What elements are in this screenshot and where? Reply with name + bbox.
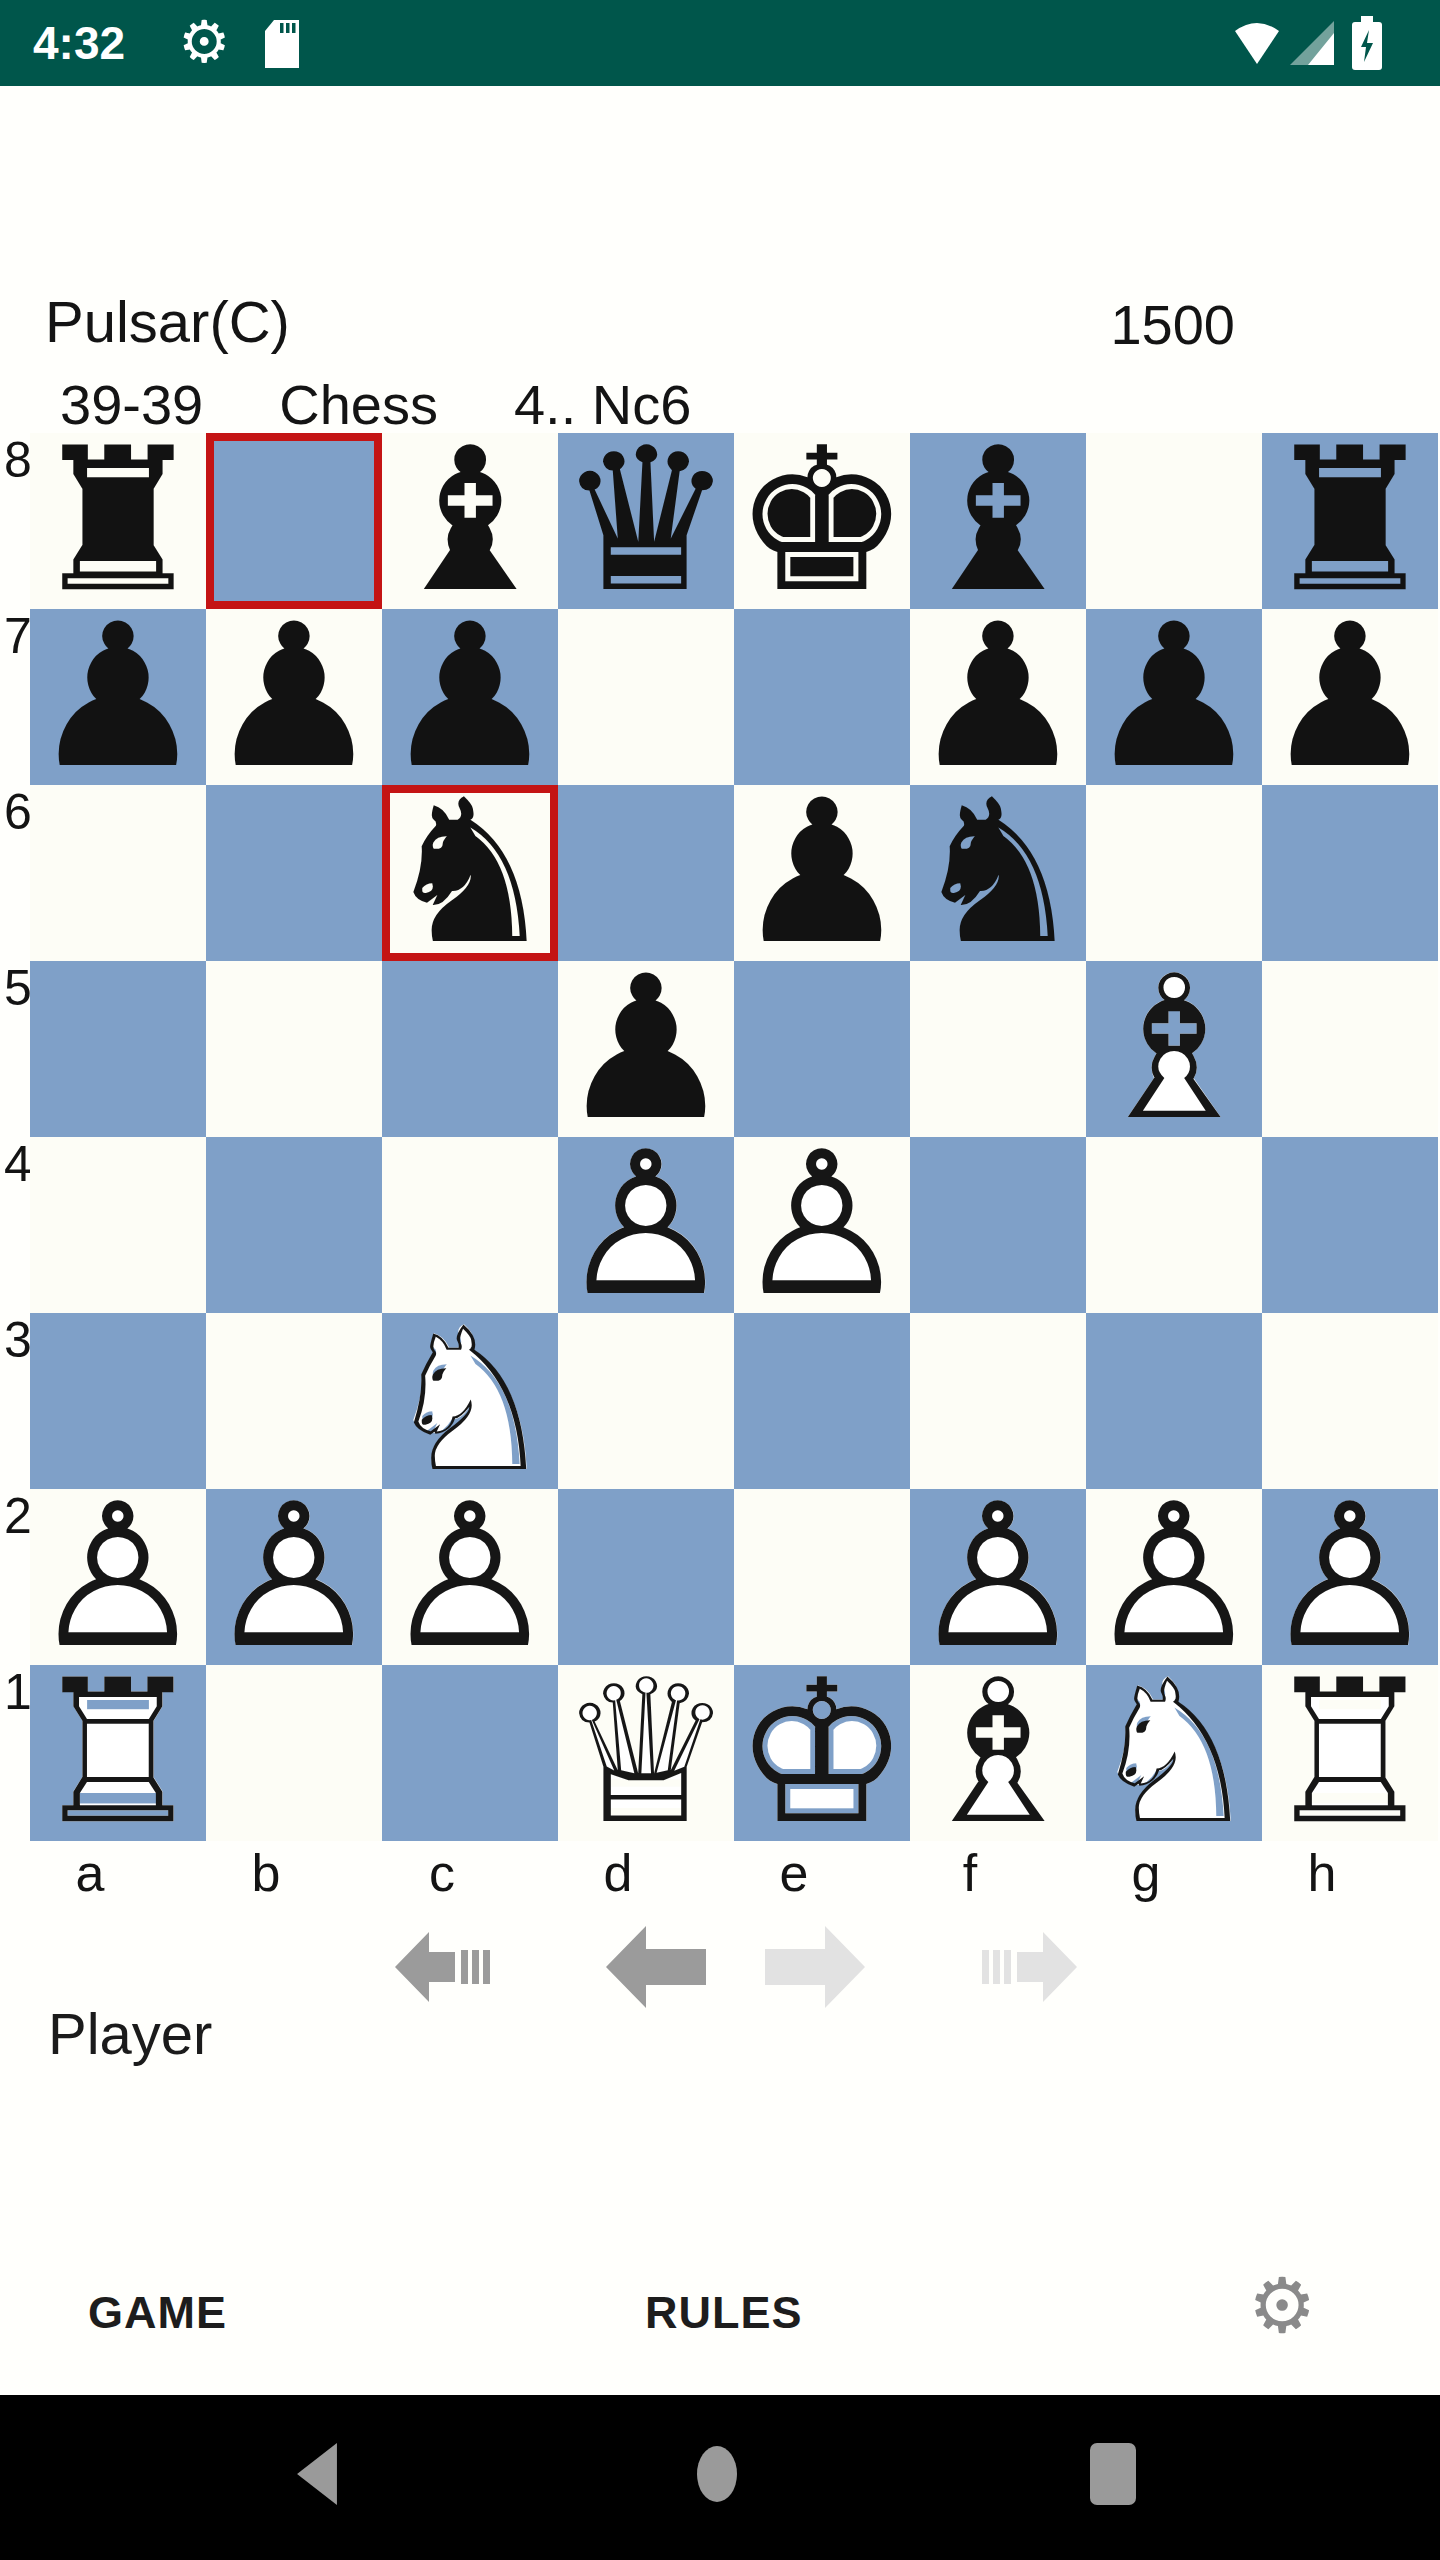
white-queen: ♛♕	[558, 1665, 734, 1841]
square-d4[interactable]: ♟♙	[558, 1137, 734, 1313]
file-label-h: h	[1234, 1843, 1410, 1903]
wifi-icon	[1233, 20, 1281, 66]
skip-to-end-button[interactable]	[977, 1923, 1077, 2011]
rank-label-5: 5	[4, 963, 32, 1013]
rules-menu-button[interactable]: RULES	[645, 2287, 803, 2339]
rank-label-7: 7	[4, 611, 32, 661]
android-recents-button[interactable]	[1090, 2443, 1136, 2505]
square-b7[interactable]: ♟	[206, 609, 382, 785]
file-label-b: b	[178, 1843, 354, 1903]
white-pawn: ♟♙	[382, 1489, 558, 1665]
square-f1[interactable]: ♝♗	[910, 1665, 1086, 1841]
step-back-button[interactable]	[606, 1923, 706, 2011]
file-label-c: c	[354, 1843, 530, 1903]
black-pawn: ♟	[30, 609, 206, 785]
rank-label-3: 3	[4, 1315, 32, 1365]
square-h5[interactable]	[1262, 961, 1438, 1137]
sd-card-icon	[262, 20, 302, 68]
square-d8[interactable]: ♛	[558, 433, 734, 609]
player-name: Player	[48, 2000, 212, 2067]
square-f4[interactable]	[910, 1137, 1086, 1313]
rank-label-4: 4	[4, 1139, 32, 1189]
square-a7[interactable]: ♟	[30, 609, 206, 785]
square-a4[interactable]	[30, 1137, 206, 1313]
white-king: ♚♔	[734, 1665, 910, 1841]
step-forward-button[interactable]	[765, 1923, 865, 2011]
rank-label-2: 2	[4, 1491, 32, 1541]
white-rook: ♜♖	[30, 1665, 206, 1841]
white-bishop: ♝♗	[1086, 961, 1262, 1137]
square-a5[interactable]	[30, 961, 206, 1137]
file-label-g: g	[1058, 1843, 1234, 1903]
black-pawn: ♟	[1086, 609, 1262, 785]
square-g5[interactable]: ♝♗	[1086, 961, 1262, 1137]
square-e6[interactable]: ♟	[734, 785, 910, 961]
square-b4[interactable]	[206, 1137, 382, 1313]
square-g7[interactable]: ♟	[1086, 609, 1262, 785]
square-c6[interactable]: ♞	[382, 785, 558, 961]
square-b5[interactable]	[206, 961, 382, 1137]
file-labels: abcdefgh	[30, 1843, 1438, 1903]
file-label-e: e	[706, 1843, 882, 1903]
white-pawn: ♟♙	[734, 1137, 910, 1313]
square-g1[interactable]: ♞♘	[1086, 1665, 1262, 1841]
white-bishop: ♝♗	[910, 1665, 1086, 1841]
black-pawn: ♟	[1262, 609, 1438, 785]
clock: 4:32	[33, 0, 125, 86]
android-home-button[interactable]	[694, 2443, 740, 2505]
square-e8[interactable]: ♚	[734, 433, 910, 609]
white-rook: ♜♖	[1262, 1665, 1438, 1841]
white-pawn: ♟♙	[206, 1489, 382, 1665]
app-screen: 4:32 ⚙ Pulsar(C) 1500 39-39 Chess 4.. Nc…	[0, 0, 1440, 2560]
black-pawn: ♟	[206, 609, 382, 785]
square-a1[interactable]: ♜♖	[30, 1665, 206, 1841]
battery-charging-icon	[1352, 16, 1382, 70]
engine-rating: 1500	[1110, 292, 1235, 357]
rank-label-6: 6	[4, 787, 32, 837]
android-back-button[interactable]	[297, 2443, 337, 2505]
black-queen: ♛	[558, 433, 734, 609]
gear-notification-icon: ⚙	[178, 0, 230, 86]
cell-signal-icon	[1290, 20, 1334, 66]
square-h7[interactable]: ♟	[1262, 609, 1438, 785]
square-d1[interactable]: ♛♕	[558, 1665, 734, 1841]
black-knight: ♞	[910, 785, 1086, 961]
game-menu-button[interactable]: GAME	[88, 2287, 227, 2339]
skip-to-start-button[interactable]	[395, 1923, 495, 2011]
chess-board[interactable]: ♜♝♛♚♝♜♟♟♟♟♟♟♞♟♞♟♝♗♟♙♟♙♞♘♟♙♟♙♟♙♟♙♟♙♟♙♜♖♛♕…	[30, 433, 1438, 1841]
black-king: ♚	[734, 433, 910, 609]
rank-label-1: 1	[4, 1667, 32, 1717]
file-label-f: f	[882, 1843, 1058, 1903]
square-b2[interactable]: ♟♙	[206, 1489, 382, 1665]
square-e4[interactable]: ♟♙	[734, 1137, 910, 1313]
rank-label-8: 8	[4, 435, 32, 485]
file-label-d: d	[530, 1843, 706, 1903]
black-pawn: ♟	[734, 785, 910, 961]
white-knight: ♞♘	[1086, 1665, 1262, 1841]
square-h4[interactable]	[1262, 1137, 1438, 1313]
square-c2[interactable]: ♟♙	[382, 1489, 558, 1665]
square-f6[interactable]: ♞	[910, 785, 1086, 961]
engine-name: Pulsar(C)	[45, 288, 290, 355]
square-h1[interactable]: ♜♖	[1262, 1665, 1438, 1841]
black-knight: ♞	[382, 785, 558, 961]
android-nav-bar	[0, 2395, 1440, 2560]
settings-gear-button[interactable]: ⚙	[1248, 2268, 1316, 2344]
rank-labels: 87654321	[0, 433, 30, 1841]
square-e1[interactable]: ♚♔	[734, 1665, 910, 1841]
file-label-a: a	[2, 1843, 178, 1903]
status-bar: 4:32 ⚙	[0, 0, 1440, 86]
white-pawn: ♟♙	[558, 1137, 734, 1313]
